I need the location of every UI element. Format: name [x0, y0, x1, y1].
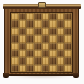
square-g6 [57, 28, 65, 35]
square-b8 [19, 13, 27, 20]
square-c4 [26, 43, 34, 50]
board-foot-right [73, 73, 79, 78]
square-a8 [11, 13, 19, 20]
square-c8 [26, 13, 34, 20]
square-h4 [64, 43, 72, 50]
square-e1 [42, 65, 50, 72]
square-d3 [34, 50, 42, 57]
square-e2 [42, 57, 50, 64]
square-f8 [49, 13, 57, 20]
square-f7 [49, 20, 57, 27]
square-b4 [19, 43, 27, 50]
chess-board [10, 12, 73, 73]
square-d6 [34, 28, 42, 35]
square-d1 [34, 65, 42, 72]
square-h8 [64, 13, 72, 20]
square-a6 [11, 28, 19, 35]
square-d8 [34, 13, 42, 20]
square-g4 [57, 43, 65, 50]
photo-background [0, 0, 84, 84]
square-a4 [11, 43, 19, 50]
square-d4 [34, 43, 42, 50]
square-d5 [34, 35, 42, 42]
square-c3 [26, 50, 34, 57]
square-a5 [11, 35, 19, 42]
square-e8 [42, 13, 50, 20]
square-c6 [26, 28, 34, 35]
square-e7 [42, 20, 50, 27]
square-g1 [57, 65, 65, 72]
square-f5 [49, 35, 57, 42]
square-h1 [64, 65, 72, 72]
square-b7 [19, 20, 27, 27]
square-b5 [19, 35, 27, 42]
square-a1 [11, 65, 19, 72]
square-e6 [42, 28, 50, 35]
square-g2 [57, 57, 65, 64]
square-f3 [49, 50, 57, 57]
square-h6 [64, 28, 72, 35]
square-b1 [19, 65, 27, 72]
brass-clasp-icon [38, 2, 46, 8]
square-g3 [57, 50, 65, 57]
square-h7 [64, 20, 72, 27]
square-g5 [57, 35, 65, 42]
square-b2 [19, 57, 27, 64]
square-d7 [34, 20, 42, 27]
board-foot-left [3, 73, 9, 78]
square-h2 [64, 57, 72, 64]
square-f2 [49, 57, 57, 64]
square-f4 [49, 43, 57, 50]
square-b6 [19, 28, 27, 35]
square-c1 [26, 65, 34, 72]
square-e5 [42, 35, 50, 42]
square-f1 [49, 65, 57, 72]
square-f6 [49, 28, 57, 35]
square-a3 [11, 50, 19, 57]
square-c5 [26, 35, 34, 42]
square-a2 [11, 57, 19, 64]
square-e3 [42, 50, 50, 57]
square-a7 [11, 20, 19, 27]
square-c7 [26, 20, 34, 27]
square-b3 [19, 50, 27, 57]
square-e4 [42, 43, 50, 50]
square-g8 [57, 13, 65, 20]
square-g7 [57, 20, 65, 27]
square-d2 [34, 57, 42, 64]
square-h3 [64, 50, 72, 57]
square-h5 [64, 35, 72, 42]
square-c2 [26, 57, 34, 64]
